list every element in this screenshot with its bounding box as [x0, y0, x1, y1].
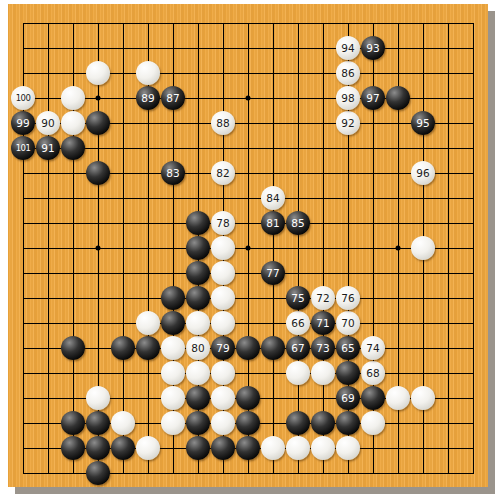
stone-black-H11: [186, 211, 210, 235]
move-number: 81: [266, 218, 279, 229]
stone-black-move-89: 89: [136, 86, 160, 110]
stone-black-H4: [186, 386, 210, 410]
stone-black-E2: [111, 436, 135, 460]
move-number: 99: [16, 118, 29, 129]
stone-white-J4: [211, 386, 235, 410]
stone-black-D2: [86, 436, 110, 460]
stone-white-J5: [211, 361, 235, 385]
stone-white-move-100: 100: [11, 86, 35, 110]
stone-white-G4: [161, 386, 185, 410]
stone-white-C16: [61, 86, 85, 110]
move-number: 66: [291, 318, 304, 329]
move-number: 67: [291, 343, 304, 354]
stone-black-move-77: 77: [261, 261, 285, 285]
move-number: 97: [366, 93, 379, 104]
stone-black-H9: [186, 261, 210, 285]
stone-black-move-69: 69: [336, 386, 360, 410]
stone-black-K2: [236, 436, 260, 460]
stone-white-E3: [111, 411, 135, 435]
stone-black-L6: [261, 336, 285, 360]
stone-white-M2: [286, 436, 310, 460]
stone-black-H3: [186, 411, 210, 435]
move-number: 98: [341, 93, 354, 104]
star-point: [396, 246, 401, 251]
stone-white-J8: [211, 286, 235, 310]
stone-black-C2: [61, 436, 85, 460]
stone-white-move-90: 90: [36, 111, 60, 135]
stone-white-R10: [411, 236, 435, 260]
stone-white-move-98: 98: [336, 86, 360, 110]
star-point: [96, 246, 101, 251]
move-number: 101: [16, 144, 31, 153]
stone-white-move-80: 80: [186, 336, 210, 360]
stone-white-move-88: 88: [211, 111, 235, 135]
stone-white-move-76: 76: [336, 286, 360, 310]
stone-white-J3: [211, 411, 235, 435]
stone-white-R4: [411, 386, 435, 410]
stone-black-D15: [86, 111, 110, 135]
move-number: 70: [341, 318, 354, 329]
stone-black-move-91: 91: [36, 136, 60, 160]
stone-black-P4: [361, 386, 385, 410]
stone-black-move-93: 93: [361, 36, 385, 60]
stone-black-H10: [186, 236, 210, 260]
star-point: [246, 246, 251, 251]
stone-white-G6: [161, 336, 185, 360]
move-number: 78: [216, 218, 229, 229]
stone-white-D4: [86, 386, 110, 410]
stone-black-D3: [86, 411, 110, 435]
move-number: 88: [216, 118, 229, 129]
move-number: 86: [341, 68, 354, 79]
move-number: 79: [216, 343, 229, 354]
stone-white-G5: [161, 361, 185, 385]
stone-white-move-68: 68: [361, 361, 385, 385]
stone-black-move-67: 67: [286, 336, 310, 360]
stone-black-move-75: 75: [286, 286, 310, 310]
stone-black-K6: [236, 336, 260, 360]
move-number: 74: [366, 343, 379, 354]
move-number: 76: [341, 293, 354, 304]
stone-black-move-87: 87: [161, 86, 185, 110]
move-number: 90: [41, 118, 54, 129]
stone-white-move-74: 74: [361, 336, 385, 360]
stone-white-move-66: 66: [286, 311, 310, 335]
move-number: 73: [316, 343, 329, 354]
stone-black-E6: [111, 336, 135, 360]
stone-black-M3: [286, 411, 310, 435]
move-number: 94: [341, 43, 354, 54]
move-number: 84: [266, 193, 279, 204]
move-number: 89: [141, 93, 154, 104]
move-number: 69: [341, 393, 354, 404]
stone-white-O2: [336, 436, 360, 460]
stone-white-move-92: 92: [336, 111, 360, 135]
stone-white-J7: [211, 311, 235, 335]
stone-white-move-72: 72: [311, 286, 335, 310]
stone-black-move-101: 101: [11, 136, 35, 160]
stone-black-O5: [336, 361, 360, 385]
stone-black-G7: [161, 311, 185, 335]
stone-black-move-97: 97: [361, 86, 385, 110]
star-point: [246, 96, 251, 101]
stone-black-move-71: 71: [311, 311, 335, 335]
star-point: [96, 96, 101, 101]
stone-white-J10: [211, 236, 235, 260]
move-number: 68: [366, 368, 379, 379]
stone-black-C3: [61, 411, 85, 435]
stone-white-G3: [161, 411, 185, 435]
move-number: 72: [316, 293, 329, 304]
stone-black-D13: [86, 161, 110, 185]
go-board[interactable]: 6566676869707172737475767778798081828384…: [8, 4, 488, 487]
stone-black-move-79: 79: [211, 336, 235, 360]
stone-black-move-81: 81: [261, 211, 285, 235]
stone-black-C6: [61, 336, 85, 360]
move-number: 92: [341, 118, 354, 129]
stone-white-move-78: 78: [211, 211, 235, 235]
stone-white-move-82: 82: [211, 161, 235, 185]
stone-white-move-96: 96: [411, 161, 435, 185]
stone-white-M5: [286, 361, 310, 385]
stone-white-J9: [211, 261, 235, 285]
move-number: 83: [166, 168, 179, 179]
stone-white-C15: [61, 111, 85, 135]
stone-white-move-70: 70: [336, 311, 360, 335]
stone-black-D1: [86, 461, 110, 485]
stone-black-move-73: 73: [311, 336, 335, 360]
board-grid: 6566676869707172737475767778798081828384…: [23, 23, 474, 474]
stone-white-L2: [261, 436, 285, 460]
stone-black-move-65: 65: [336, 336, 360, 360]
stone-white-F17: [136, 61, 160, 85]
stone-black-move-99: 99: [11, 111, 35, 135]
move-number: 65: [341, 343, 354, 354]
stone-white-move-94: 94: [336, 36, 360, 60]
stone-white-move-86: 86: [336, 61, 360, 85]
stone-black-K3: [236, 411, 260, 435]
move-number: 95: [416, 118, 429, 129]
stone-white-F2: [136, 436, 160, 460]
stone-white-N2: [311, 436, 335, 460]
stone-black-O3: [336, 411, 360, 435]
stone-black-Q16: [386, 86, 410, 110]
stone-black-J2: [211, 436, 235, 460]
move-number: 77: [266, 268, 279, 279]
move-number: 85: [291, 218, 304, 229]
stone-black-C14: [61, 136, 85, 160]
move-number: 75: [291, 293, 304, 304]
move-number: 80: [191, 343, 204, 354]
stone-white-H5: [186, 361, 210, 385]
stone-white-move-84: 84: [261, 186, 285, 210]
move-number: 91: [41, 143, 54, 154]
stone-white-N5: [311, 361, 335, 385]
stone-black-F6: [136, 336, 160, 360]
stone-black-H2: [186, 436, 210, 460]
stone-black-move-83: 83: [161, 161, 185, 185]
move-number: 71: [316, 318, 329, 329]
stone-black-K4: [236, 386, 260, 410]
stone-white-P3: [361, 411, 385, 435]
stone-white-Q4: [386, 386, 410, 410]
move-number: 96: [416, 168, 429, 179]
stone-black-move-85: 85: [286, 211, 310, 235]
move-number: 87: [166, 93, 179, 104]
move-number: 93: [366, 43, 379, 54]
stone-black-N3: [311, 411, 335, 435]
stone-white-H7: [186, 311, 210, 335]
stone-black-G8: [161, 286, 185, 310]
stone-white-D17: [86, 61, 110, 85]
stone-white-F7: [136, 311, 160, 335]
stone-black-move-95: 95: [411, 111, 435, 135]
stone-black-H8: [186, 286, 210, 310]
move-number: 100: [16, 94, 31, 103]
move-number: 82: [216, 168, 229, 179]
